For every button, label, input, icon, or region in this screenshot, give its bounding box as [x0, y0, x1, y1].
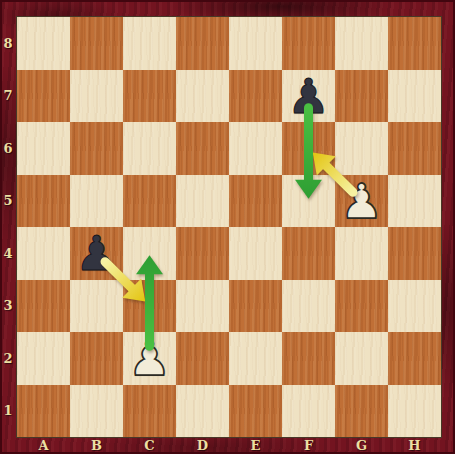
- square-a2[interactable]: [17, 332, 70, 385]
- square-d2[interactable]: [176, 332, 229, 385]
- rank-label-5: 5: [0, 175, 16, 228]
- file-label-a: A: [17, 436, 70, 454]
- piece-black-pawn-b4[interactable]: ♟: [70, 227, 123, 280]
- square-d1[interactable]: [176, 385, 229, 438]
- file-label-f: F: [282, 436, 335, 454]
- file-label-g: G: [335, 436, 388, 454]
- square-d3[interactable]: [176, 280, 229, 333]
- square-g7[interactable]: [335, 70, 388, 123]
- square-a7[interactable]: [17, 70, 70, 123]
- piece-black-pawn-f7[interactable]: ♟: [282, 70, 335, 123]
- square-f3[interactable]: [282, 280, 335, 333]
- square-g4[interactable]: [335, 227, 388, 280]
- square-d4[interactable]: [176, 227, 229, 280]
- square-b2[interactable]: [70, 332, 123, 385]
- square-f4[interactable]: [282, 227, 335, 280]
- rank-label-6: 6: [0, 122, 16, 175]
- square-c3[interactable]: [123, 280, 176, 333]
- square-h5[interactable]: [388, 175, 441, 228]
- square-f2[interactable]: [282, 332, 335, 385]
- square-d5[interactable]: [176, 175, 229, 228]
- square-c5[interactable]: [123, 175, 176, 228]
- rank-label-1: 1: [0, 385, 16, 438]
- square-h7[interactable]: [388, 70, 441, 123]
- square-g6[interactable]: [335, 122, 388, 175]
- square-e4[interactable]: [229, 227, 282, 280]
- square-d7[interactable]: [176, 70, 229, 123]
- square-e7[interactable]: [229, 70, 282, 123]
- file-label-d: D: [176, 436, 229, 454]
- square-c1[interactable]: [123, 385, 176, 438]
- square-b8[interactable]: [70, 17, 123, 70]
- square-h3[interactable]: [388, 280, 441, 333]
- square-f8[interactable]: [282, 17, 335, 70]
- square-e6[interactable]: [229, 122, 282, 175]
- file-label-e: E: [229, 436, 282, 454]
- file-label-c: C: [123, 436, 176, 454]
- square-d8[interactable]: [176, 17, 229, 70]
- square-h8[interactable]: [388, 17, 441, 70]
- rank-label-3: 3: [0, 280, 16, 333]
- square-f1[interactable]: [282, 385, 335, 438]
- file-label-b: B: [70, 436, 123, 454]
- square-d6[interactable]: [176, 122, 229, 175]
- square-h2[interactable]: [388, 332, 441, 385]
- square-e3[interactable]: [229, 280, 282, 333]
- square-a6[interactable]: [17, 122, 70, 175]
- square-a4[interactable]: [17, 227, 70, 280]
- square-f5[interactable]: [282, 175, 335, 228]
- square-e5[interactable]: [229, 175, 282, 228]
- square-c8[interactable]: [123, 17, 176, 70]
- square-e2[interactable]: [229, 332, 282, 385]
- square-g1[interactable]: [335, 385, 388, 438]
- square-b3[interactable]: [70, 280, 123, 333]
- square-a1[interactable]: [17, 385, 70, 438]
- square-a5[interactable]: [17, 175, 70, 228]
- square-e8[interactable]: [229, 17, 282, 70]
- square-h1[interactable]: [388, 385, 441, 438]
- square-b5[interactable]: [70, 175, 123, 228]
- square-e1[interactable]: [229, 385, 282, 438]
- rank-label-8: 8: [0, 17, 16, 70]
- piece-white-pawn-g5[interactable]: ♟: [335, 175, 388, 228]
- square-h6[interactable]: [388, 122, 441, 175]
- square-g3[interactable]: [335, 280, 388, 333]
- square-g8[interactable]: [335, 17, 388, 70]
- piece-white-pawn-c2[interactable]: ♟: [123, 332, 176, 385]
- chess-diagram: 8 7 6 5 4 3 2 1 A B C D E F G H ♟♟♟♟: [0, 0, 455, 454]
- square-c6[interactable]: [123, 122, 176, 175]
- square-b6[interactable]: [70, 122, 123, 175]
- rank-label-7: 7: [0, 70, 16, 123]
- square-g2[interactable]: [335, 332, 388, 385]
- rank-label-4: 4: [0, 227, 16, 280]
- square-b1[interactable]: [70, 385, 123, 438]
- square-f6[interactable]: [282, 122, 335, 175]
- square-b7[interactable]: [70, 70, 123, 123]
- square-a8[interactable]: [17, 17, 70, 70]
- rank-label-2: 2: [0, 332, 16, 385]
- square-a3[interactable]: [17, 280, 70, 333]
- square-c4[interactable]: [123, 227, 176, 280]
- square-c7[interactable]: [123, 70, 176, 123]
- file-label-h: H: [388, 436, 441, 454]
- square-h4[interactable]: [388, 227, 441, 280]
